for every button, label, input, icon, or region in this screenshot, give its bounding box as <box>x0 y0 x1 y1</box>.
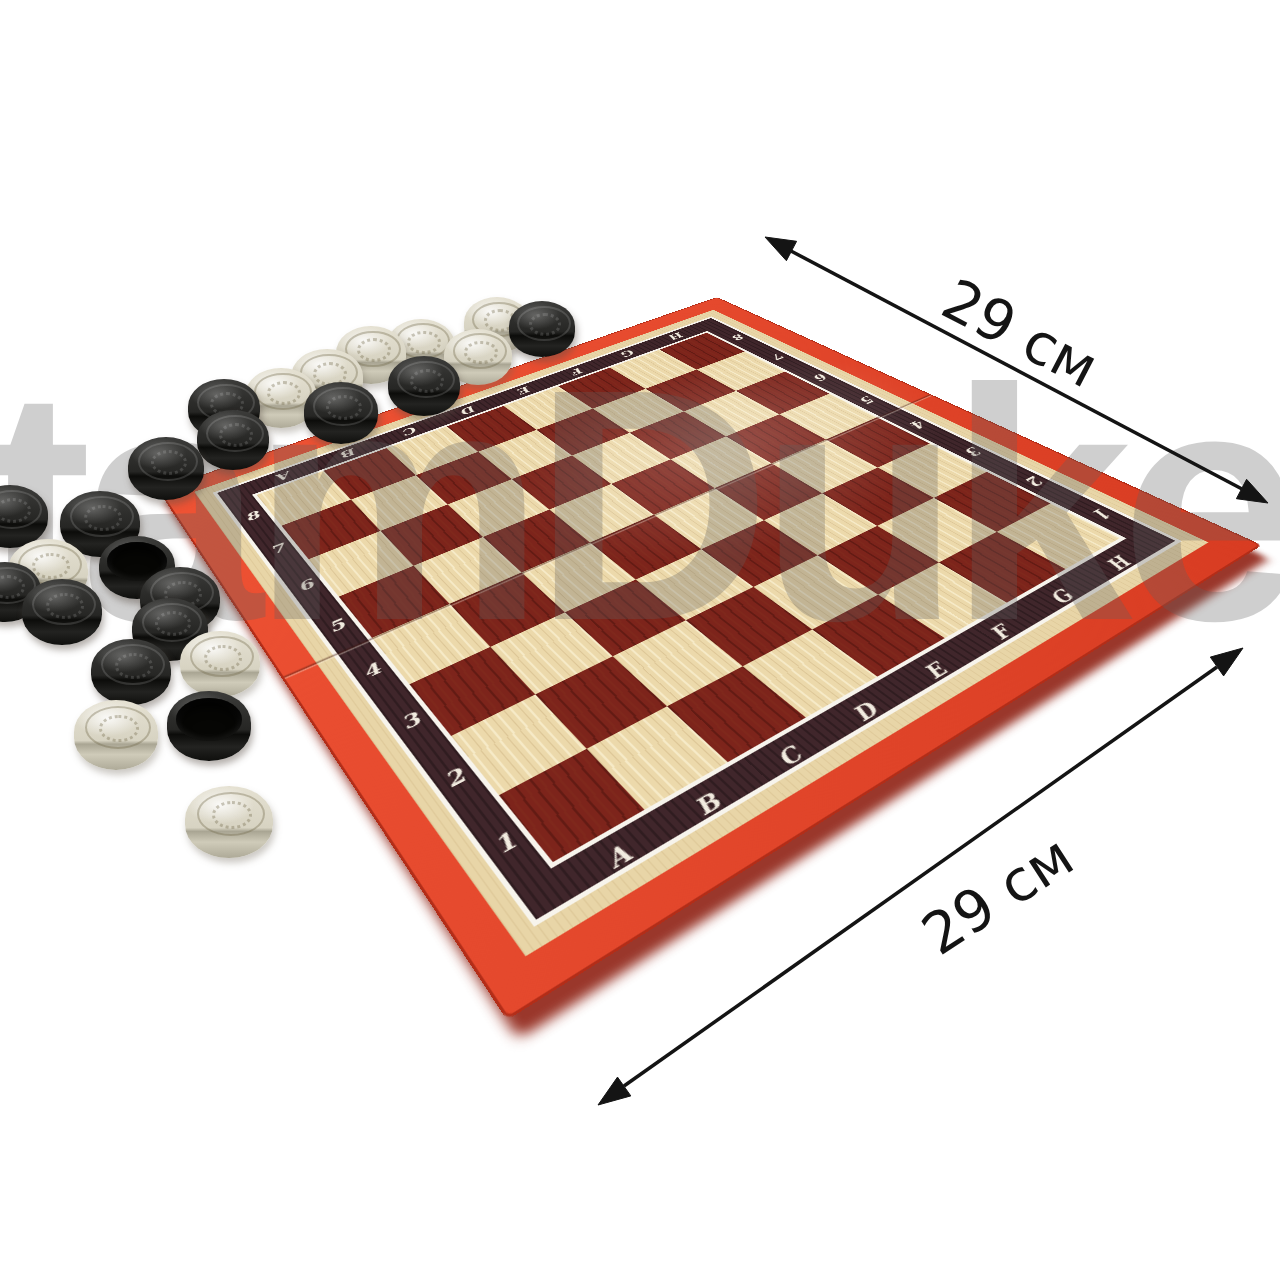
checkers-scatter <box>0 0 1280 1280</box>
checker-black-14 <box>0 485 48 548</box>
product-photo-canvas: 87654321 87654321 ABCDEFGH ABCDEFGH tamD… <box>0 0 1280 1280</box>
checker-white-25 <box>185 786 272 858</box>
checker-black-6 <box>304 382 378 444</box>
checker-black-8 <box>388 356 460 416</box>
checker-black-11 <box>509 301 576 356</box>
checker-white-23 <box>74 700 158 769</box>
checker-white-22 <box>180 631 260 697</box>
checker-black-2 <box>197 410 269 470</box>
checker-black-12 <box>128 437 204 500</box>
checker-black-cup-24 <box>167 691 251 760</box>
checker-black-21 <box>91 639 171 705</box>
checker-black-17 <box>22 579 102 645</box>
